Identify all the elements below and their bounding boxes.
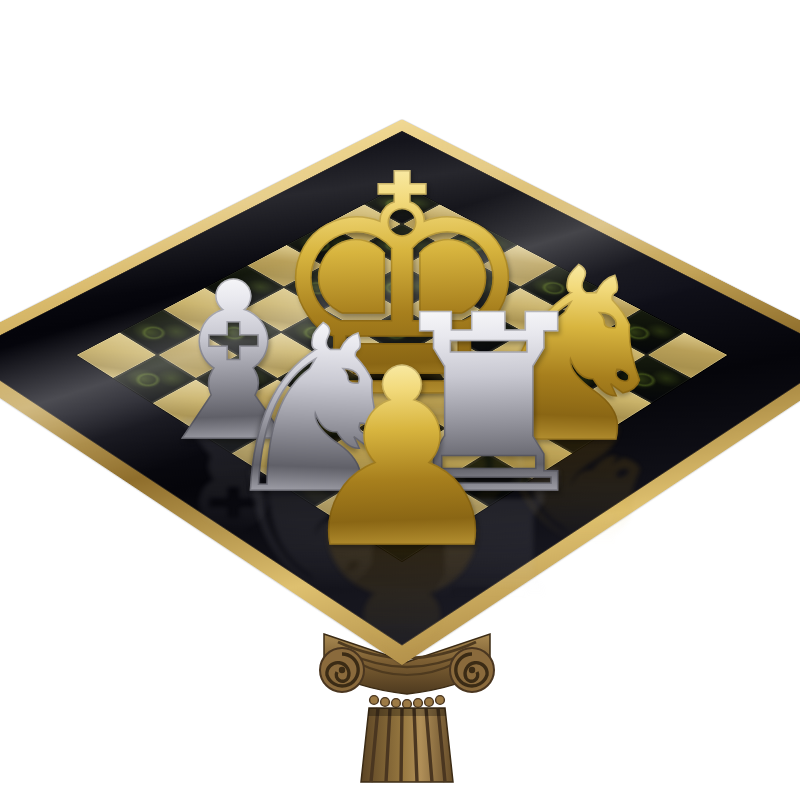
chess-set-product-photo: ♚♚♝♝♞♞♞♞♜♜♟♟ [0, 0, 800, 800]
pawn-glyph: ♟ [292, 337, 512, 582]
